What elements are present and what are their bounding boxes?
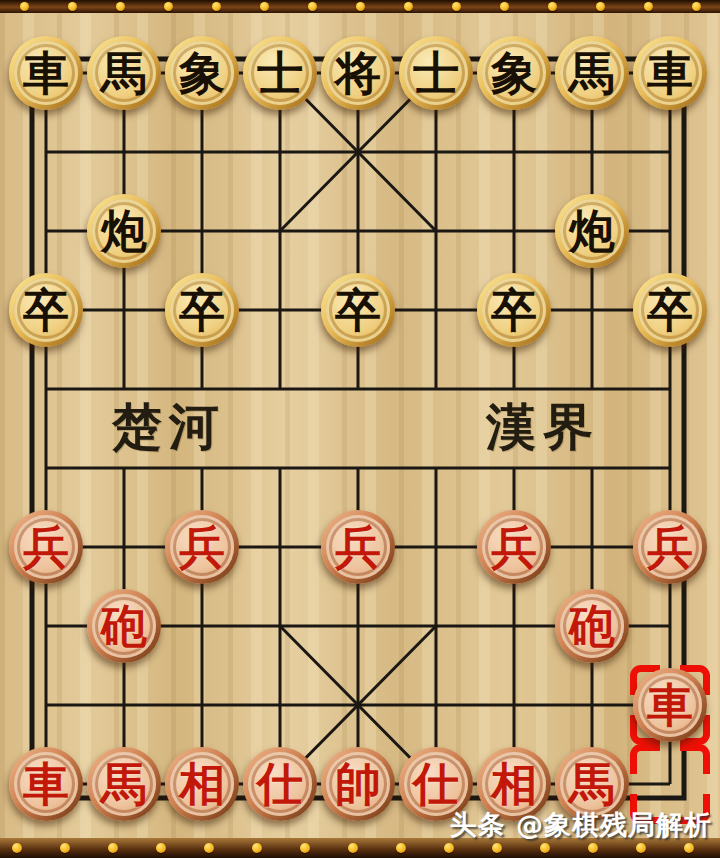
piece-black-cannon[interactable]: 炮 — [555, 194, 629, 268]
black-piece-face: 車 — [14, 41, 78, 105]
red-piece-face: 砲 — [92, 594, 156, 658]
red-soldier-glyph: 兵 — [647, 524, 693, 570]
black-horse-glyph: 馬 — [101, 50, 147, 96]
rail-stud-icon — [164, 2, 173, 11]
rail-stud-icon — [20, 2, 29, 11]
xiangqi-app: 楚河 漢界 車馬象士将士象馬車炮炮卒卒卒卒卒兵兵兵兵兵砲砲車車馬相仕帥仕相馬 头… — [0, 0, 720, 858]
black-soldier-glyph: 卒 — [491, 287, 537, 333]
red-piece-face: 仕 — [248, 752, 312, 816]
black-piece-face: 馬 — [560, 41, 624, 105]
piece-red-soldier[interactable]: 兵 — [9, 510, 83, 584]
red-advisor-glyph: 仕 — [257, 761, 303, 807]
rail-stud-icon — [500, 2, 509, 11]
black-piece-face: 卒 — [326, 278, 390, 342]
black-rook-glyph: 車 — [647, 50, 693, 96]
piece-red-soldier[interactable]: 兵 — [165, 510, 239, 584]
red-soldier-glyph: 兵 — [23, 524, 69, 570]
red-piece-face: 馬 — [560, 752, 624, 816]
red-soldier-glyph: 兵 — [491, 524, 537, 570]
piece-black-cannon[interactable]: 炮 — [87, 194, 161, 268]
rail-stud-icon — [684, 843, 694, 853]
piece-red-rook-selected[interactable]: 車 — [633, 668, 707, 742]
red-piece-face: 兵 — [14, 515, 78, 579]
red-horse-glyph: 馬 — [101, 761, 147, 807]
black-soldier-glyph: 卒 — [23, 287, 69, 333]
rail-stud-icon — [540, 843, 550, 853]
rail-stud-icon — [116, 2, 125, 11]
red-piece-face: 兵 — [326, 515, 390, 579]
piece-red-general[interactable]: 帥 — [321, 747, 395, 821]
red-piece-face: 兵 — [638, 515, 702, 579]
top-rail — [0, 0, 720, 13]
rail-stud-icon — [12, 843, 22, 853]
black-general-glyph: 将 — [335, 50, 381, 96]
black-piece-face: 卒 — [638, 278, 702, 342]
red-piece-face: 帥 — [326, 752, 390, 816]
red-soldier-glyph: 兵 — [179, 524, 225, 570]
black-advisor-glyph: 士 — [413, 50, 459, 96]
red-elephant-glyph: 相 — [491, 761, 537, 807]
rail-stud-icon — [396, 843, 406, 853]
red-elephant-glyph: 相 — [179, 761, 225, 807]
rail-stud-icon — [212, 2, 221, 11]
black-piece-face: 卒 — [170, 278, 234, 342]
piece-red-elephant[interactable]: 相 — [165, 747, 239, 821]
rail-stud-icon — [60, 843, 70, 853]
red-general-glyph: 帥 — [335, 761, 381, 807]
piece-red-soldier[interactable]: 兵 — [633, 510, 707, 584]
piece-red-horse[interactable]: 馬 — [87, 747, 161, 821]
piece-black-soldier[interactable]: 卒 — [9, 273, 83, 347]
red-piece-face: 車 — [14, 752, 78, 816]
rail-stud-icon — [492, 843, 502, 853]
rail-stud-icon — [404, 2, 413, 11]
black-soldier-glyph: 卒 — [179, 287, 225, 333]
black-elephant-glyph: 象 — [491, 50, 537, 96]
red-piece-face: 兵 — [170, 515, 234, 579]
piece-black-soldier[interactable]: 卒 — [477, 273, 551, 347]
piece-black-soldier[interactable]: 卒 — [633, 273, 707, 347]
black-piece-face: 象 — [170, 41, 234, 105]
piece-black-advisor[interactable]: 士 — [243, 36, 317, 110]
piece-black-elephant[interactable]: 象 — [165, 36, 239, 110]
black-piece-face: 炮 — [560, 199, 624, 263]
rail-stud-icon — [644, 2, 653, 11]
black-horse-glyph: 馬 — [569, 50, 615, 96]
rail-stud-icon — [308, 2, 317, 11]
piece-black-horse[interactable]: 馬 — [87, 36, 161, 110]
red-horse-glyph: 馬 — [569, 761, 615, 807]
rail-stud-icon — [692, 2, 701, 11]
black-piece-face: 馬 — [92, 41, 156, 105]
rail-stud-icon — [452, 2, 461, 11]
red-piece-face: 相 — [170, 752, 234, 816]
rail-stud-icon — [252, 843, 262, 853]
rail-stud-icon — [260, 2, 269, 11]
red-piece-face: 仕 — [404, 752, 468, 816]
black-piece-face: 炮 — [92, 199, 156, 263]
rail-stud-icon — [444, 843, 454, 853]
black-advisor-glyph: 士 — [257, 50, 303, 96]
piece-red-advisor[interactable]: 仕 — [243, 747, 317, 821]
red-piece-face: 相 — [482, 752, 546, 816]
black-rook-glyph: 車 — [23, 50, 69, 96]
watermark: 头条 @象棋残局解析 — [450, 807, 712, 843]
black-piece-face: 士 — [404, 41, 468, 105]
rail-stud-icon — [204, 843, 214, 853]
red-cannon-glyph: 砲 — [101, 603, 147, 649]
black-piece-face: 車 — [638, 41, 702, 105]
rail-stud-icon — [588, 843, 598, 853]
rail-stud-icon — [548, 2, 557, 11]
piece-black-elephant[interactable]: 象 — [477, 36, 551, 110]
piece-red-soldier[interactable]: 兵 — [321, 510, 395, 584]
piece-red-cannon[interactable]: 砲 — [87, 589, 161, 663]
piece-black-rook[interactable]: 車 — [9, 36, 83, 110]
black-piece-face: 卒 — [14, 278, 78, 342]
black-cannon-glyph: 炮 — [101, 208, 147, 254]
black-piece-face: 象 — [482, 41, 546, 105]
rail-stud-icon — [108, 843, 118, 853]
piece-black-general[interactable]: 将 — [321, 36, 395, 110]
black-piece-face: 将 — [326, 41, 390, 105]
black-elephant-glyph: 象 — [179, 50, 225, 96]
black-soldier-glyph: 卒 — [335, 287, 381, 333]
red-piece-face: 砲 — [560, 594, 624, 658]
piece-grid: 車馬象士将士象馬車炮炮卒卒卒卒卒兵兵兵兵兵砲砲車車馬相仕帥仕相馬 — [7, 33, 709, 823]
piece-red-cannon[interactable]: 砲 — [555, 589, 629, 663]
black-cannon-glyph: 炮 — [569, 208, 615, 254]
rail-stud-icon — [300, 843, 310, 853]
red-rook-glyph: 車 — [23, 761, 69, 807]
black-piece-face: 卒 — [482, 278, 546, 342]
piece-black-advisor[interactable]: 士 — [399, 36, 473, 110]
red-piece-face: 馬 — [92, 752, 156, 816]
rail-stud-icon — [636, 843, 646, 853]
red-cannon-glyph: 砲 — [569, 603, 615, 649]
piece-black-rook[interactable]: 車 — [633, 36, 707, 110]
black-piece-face: 士 — [248, 41, 312, 105]
rail-stud-icon — [596, 2, 605, 11]
red-soldier-glyph: 兵 — [335, 524, 381, 570]
red-piece-face: 兵 — [482, 515, 546, 579]
piece-red-soldier[interactable]: 兵 — [477, 510, 551, 584]
red-advisor-glyph: 仕 — [413, 761, 459, 807]
piece-red-rook[interactable]: 車 — [9, 747, 83, 821]
black-soldier-glyph: 卒 — [647, 287, 693, 333]
piece-black-horse[interactable]: 馬 — [555, 36, 629, 110]
piece-black-soldier[interactable]: 卒 — [321, 273, 395, 347]
piece-black-soldier[interactable]: 卒 — [165, 273, 239, 347]
rail-stud-icon — [68, 2, 77, 11]
red-piece-face: 車 — [638, 673, 702, 737]
rail-stud-icon — [156, 843, 166, 853]
rail-stud-icon — [348, 843, 358, 853]
rail-stud-icon — [356, 2, 365, 11]
red-rook-glyph: 車 — [647, 682, 693, 728]
